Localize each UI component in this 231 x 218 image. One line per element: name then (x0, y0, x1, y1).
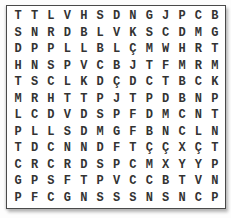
grid-cell[interactable]: G (141, 8, 157, 25)
grid-cell[interactable]: T (10, 140, 26, 157)
grid-cell[interactable]: Ç (157, 140, 173, 157)
grid-cell[interactable]: T (174, 173, 190, 190)
grid-cell[interactable]: N (76, 190, 92, 207)
grid-cell[interactable]: N (207, 173, 223, 190)
grid-cell[interactable]: R (190, 41, 206, 58)
grid-cell[interactable]: C (10, 157, 26, 174)
grid-cell[interactable]: S (10, 25, 26, 42)
grid-cell[interactable]: C (190, 190, 206, 207)
grid-cell[interactable]: S (92, 157, 108, 174)
grid-cell[interactable]: P (10, 124, 26, 141)
grid-cell[interactable]: P (174, 8, 190, 25)
grid-cell[interactable]: W (157, 41, 173, 58)
grid-cell[interactable]: N (207, 124, 223, 141)
grid-cell[interactable]: P (92, 91, 108, 108)
grid-cell[interactable]: L (108, 41, 124, 58)
grid-cell[interactable]: C (43, 74, 59, 91)
grid-cell[interactable]: C (43, 140, 59, 157)
grid-cell[interactable]: F (59, 173, 75, 190)
grid-cell[interactable]: C (141, 74, 157, 91)
grid-cell[interactable]: M (207, 58, 223, 75)
grid-cell[interactable]: M (141, 41, 157, 58)
grid-cell[interactable]: T (157, 74, 173, 91)
grid-cell[interactable]: H (10, 58, 26, 75)
grid-cell[interactable]: P (207, 91, 223, 108)
grid-cell[interactable]: R (43, 25, 59, 42)
grid-cell[interactable]: D (108, 8, 124, 25)
grid-cell[interactable]: Ç (190, 140, 206, 157)
grid-cell[interactable]: G (59, 190, 75, 207)
grid-cell[interactable]: N (157, 124, 173, 141)
grid-cell[interactable]: B (76, 25, 92, 42)
grid-cell[interactable]: P (108, 157, 124, 174)
grid-cell[interactable]: D (92, 140, 108, 157)
grid-cell[interactable]: T (10, 74, 26, 91)
grid-cell[interactable]: D (76, 107, 92, 124)
grid-cell[interactable]: V (190, 173, 206, 190)
grid-cell[interactable]: P (92, 173, 108, 190)
grid-cell[interactable]: D (10, 41, 26, 58)
word-search-scan: TTLVHSDNGJPCBSNRDBLVKSCDMGDPPLLBLÇMWHRTH… (0, 0, 231, 218)
grid-cell[interactable]: H (43, 91, 59, 108)
grid-cell[interactable]: T (59, 91, 75, 108)
grid-cell[interactable]: S (157, 190, 173, 207)
grid-cell[interactable]: Y (174, 157, 190, 174)
grid-cell[interactable]: N (190, 107, 206, 124)
grid-cell[interactable]: D (141, 107, 157, 124)
grid-cell[interactable]: F (157, 58, 173, 75)
grid-cell[interactable]: C (43, 190, 59, 207)
grid-cell[interactable]: Ç (141, 140, 157, 157)
grid-cell[interactable]: C (125, 173, 141, 190)
grid-cell[interactable]: D (174, 25, 190, 42)
grid-cell[interactable]: S (108, 190, 124, 207)
grid-cell[interactable]: N (190, 91, 206, 108)
grid-cell[interactable]: P (141, 91, 157, 108)
grid-cell[interactable]: N (174, 190, 190, 207)
grid-cell[interactable]: K (76, 74, 92, 91)
grid-cell[interactable]: V (108, 173, 124, 190)
grid-cell[interactable]: C (141, 173, 157, 190)
grid-cell[interactable]: V (76, 58, 92, 75)
grid-cell[interactable]: N (59, 140, 75, 157)
grid-cell[interactable]: L (190, 124, 206, 141)
grid-cell[interactable]: M (190, 25, 206, 42)
grid-cell[interactable]: S (92, 190, 108, 207)
grid-cell[interactable]: T (207, 41, 223, 58)
grid-cell[interactable]: V (59, 8, 75, 25)
grid-cell[interactable]: F (26, 190, 42, 207)
grid-cell[interactable]: B (157, 173, 173, 190)
grid-cell[interactable]: P (108, 107, 124, 124)
grid-cell[interactable]: L (43, 124, 59, 141)
grid-cell[interactable]: R (59, 157, 75, 174)
word-search-board: TTLVHSDNGJPCBSNRDBLVKSCDMGDPPLLBLÇMWHRTH… (6, 5, 226, 209)
grid-cell[interactable]: F (125, 107, 141, 124)
grid-cell[interactable]: T (125, 140, 141, 157)
grid-cell[interactable]: C (174, 107, 190, 124)
grid-cell[interactable]: D (125, 74, 141, 91)
grid-cell[interactable]: C (190, 74, 206, 91)
grid-cell[interactable]: B (141, 124, 157, 141)
grid-cell[interactable]: P (26, 41, 42, 58)
grid-cell[interactable]: J (125, 58, 141, 75)
grid-cell[interactable]: D (76, 157, 92, 174)
grid-cell[interactable]: S (141, 25, 157, 42)
grid-cell[interactable]: L (59, 41, 75, 58)
grid-cell[interactable]: N (76, 140, 92, 157)
grid-cell[interactable]: T (207, 107, 223, 124)
grid-cell[interactable]: B (174, 74, 190, 91)
grid-cell[interactable]: N (141, 190, 157, 207)
grid-cell[interactable]: L (26, 124, 42, 141)
grid-cell[interactable]: D (76, 124, 92, 141)
grid-cell[interactable]: P (26, 173, 42, 190)
letter-grid: TTLVHSDNGJPCBSNRDBLVKSCDMGDPPLLBLÇMWHRTH… (10, 8, 223, 206)
grid-cell[interactable]: L (43, 8, 59, 25)
grid-cell[interactable]: X (174, 140, 190, 157)
grid-cell[interactable]: C (92, 58, 108, 75)
grid-cell[interactable]: J (108, 91, 124, 108)
grid-cell[interactable]: B (207, 8, 223, 25)
grid-cell[interactable]: S (43, 58, 59, 75)
grid-cell[interactable]: T (207, 140, 223, 157)
grid-cell[interactable]: P (207, 157, 223, 174)
grid-cell[interactable]: N (125, 8, 141, 25)
grid-cell[interactable]: Ç (108, 74, 124, 91)
grid-cell[interactable]: R (190, 58, 206, 75)
grid-cell[interactable]: M (92, 124, 108, 141)
grid-cell[interactable]: C (125, 157, 141, 174)
grid-cell[interactable]: V (108, 25, 124, 42)
grid-cell[interactable]: N (26, 25, 42, 42)
grid-cell[interactable]: Y (190, 157, 206, 174)
grid-cell[interactable]: P (43, 41, 59, 58)
grid-cell[interactable]: S (43, 173, 59, 190)
grid-cell[interactable]: N (26, 58, 42, 75)
grid-cell[interactable]: P (207, 190, 223, 207)
grid-cell[interactable]: C (157, 25, 173, 42)
grid-cell[interactable]: B (174, 91, 190, 108)
grid-cell[interactable]: R (26, 157, 42, 174)
grid-cell[interactable]: T (141, 58, 157, 75)
grid-cell[interactable]: M (141, 157, 157, 174)
grid-cell[interactable]: T (26, 8, 42, 25)
grid-cell[interactable]: D (59, 25, 75, 42)
grid-cell[interactable]: P (10, 190, 26, 207)
grid-cell[interactable]: G (10, 173, 26, 190)
grid-cell[interactable]: L (59, 74, 75, 91)
grid-cell[interactable]: T (125, 91, 141, 108)
grid-cell[interactable]: P (59, 58, 75, 75)
grid-cell[interactable]: J (157, 8, 173, 25)
grid-cell[interactable]: S (92, 8, 108, 25)
grid-cell[interactable]: M (157, 107, 173, 124)
grid-cell[interactable]: D (43, 107, 59, 124)
grid-cell[interactable]: H (174, 41, 190, 58)
grid-cell[interactable]: F (125, 124, 141, 141)
grid-cell[interactable]: C (190, 8, 206, 25)
grid-cell[interactable]: R (26, 91, 42, 108)
grid-cell[interactable]: B (92, 41, 108, 58)
grid-cell[interactable]: T (10, 8, 26, 25)
grid-cell[interactable]: L (76, 41, 92, 58)
grid-cell[interactable]: K (207, 74, 223, 91)
grid-cell[interactable]: D (26, 140, 42, 157)
grid-cell[interactable]: M (10, 91, 26, 108)
grid-cell[interactable]: L (10, 107, 26, 124)
grid-cell[interactable]: L (92, 25, 108, 42)
grid-cell[interactable]: D (92, 74, 108, 91)
grid-cell[interactable]: C (43, 157, 59, 174)
grid-cell[interactable]: V (59, 107, 75, 124)
grid-cell[interactable]: M (174, 58, 190, 75)
grid-cell[interactable]: S (125, 190, 141, 207)
grid-cell[interactable]: Ç (125, 41, 141, 58)
grid-cell[interactable]: K (125, 25, 141, 42)
grid-cell[interactable]: B (108, 58, 124, 75)
grid-cell[interactable]: G (108, 124, 124, 141)
grid-cell[interactable]: H (76, 8, 92, 25)
grid-cell[interactable]: G (207, 25, 223, 42)
grid-cell[interactable]: F (108, 140, 124, 157)
grid-cell[interactable]: C (26, 107, 42, 124)
grid-cell[interactable]: S (26, 74, 42, 91)
grid-cell[interactable]: S (92, 107, 108, 124)
grid-cell[interactable]: S (59, 124, 75, 141)
grid-cell[interactable]: T (76, 173, 92, 190)
grid-cell[interactable]: X (157, 157, 173, 174)
grid-cell[interactable]: T (76, 91, 92, 108)
grid-cell[interactable]: C (174, 124, 190, 141)
grid-cell[interactable]: D (157, 91, 173, 108)
